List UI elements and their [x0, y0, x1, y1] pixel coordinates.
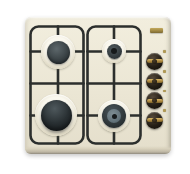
control-knob-2	[146, 73, 163, 90]
control-knob-3	[146, 92, 163, 109]
brand-badge	[150, 28, 163, 33]
burner-cap-bottom-left	[41, 100, 72, 131]
burner-cap-top-left	[47, 41, 70, 64]
knob-hub	[152, 98, 157, 103]
control-knob-4	[146, 112, 163, 129]
knob-hub	[152, 79, 157, 84]
knob-marker-dot	[163, 90, 166, 93]
knob-hub	[152, 118, 157, 123]
knob-hub	[152, 59, 157, 64]
knob-marker-dot	[163, 50, 166, 53]
burner-cap-bottom-right	[102, 104, 126, 128]
knob-marker-dot	[163, 70, 166, 73]
product-photo	[0, 0, 190, 174]
pan-support-grate	[0, 0, 190, 174]
control-knob-1	[146, 53, 163, 70]
knob-marker-dot	[163, 109, 166, 112]
burner-cap-top-right	[107, 44, 122, 59]
